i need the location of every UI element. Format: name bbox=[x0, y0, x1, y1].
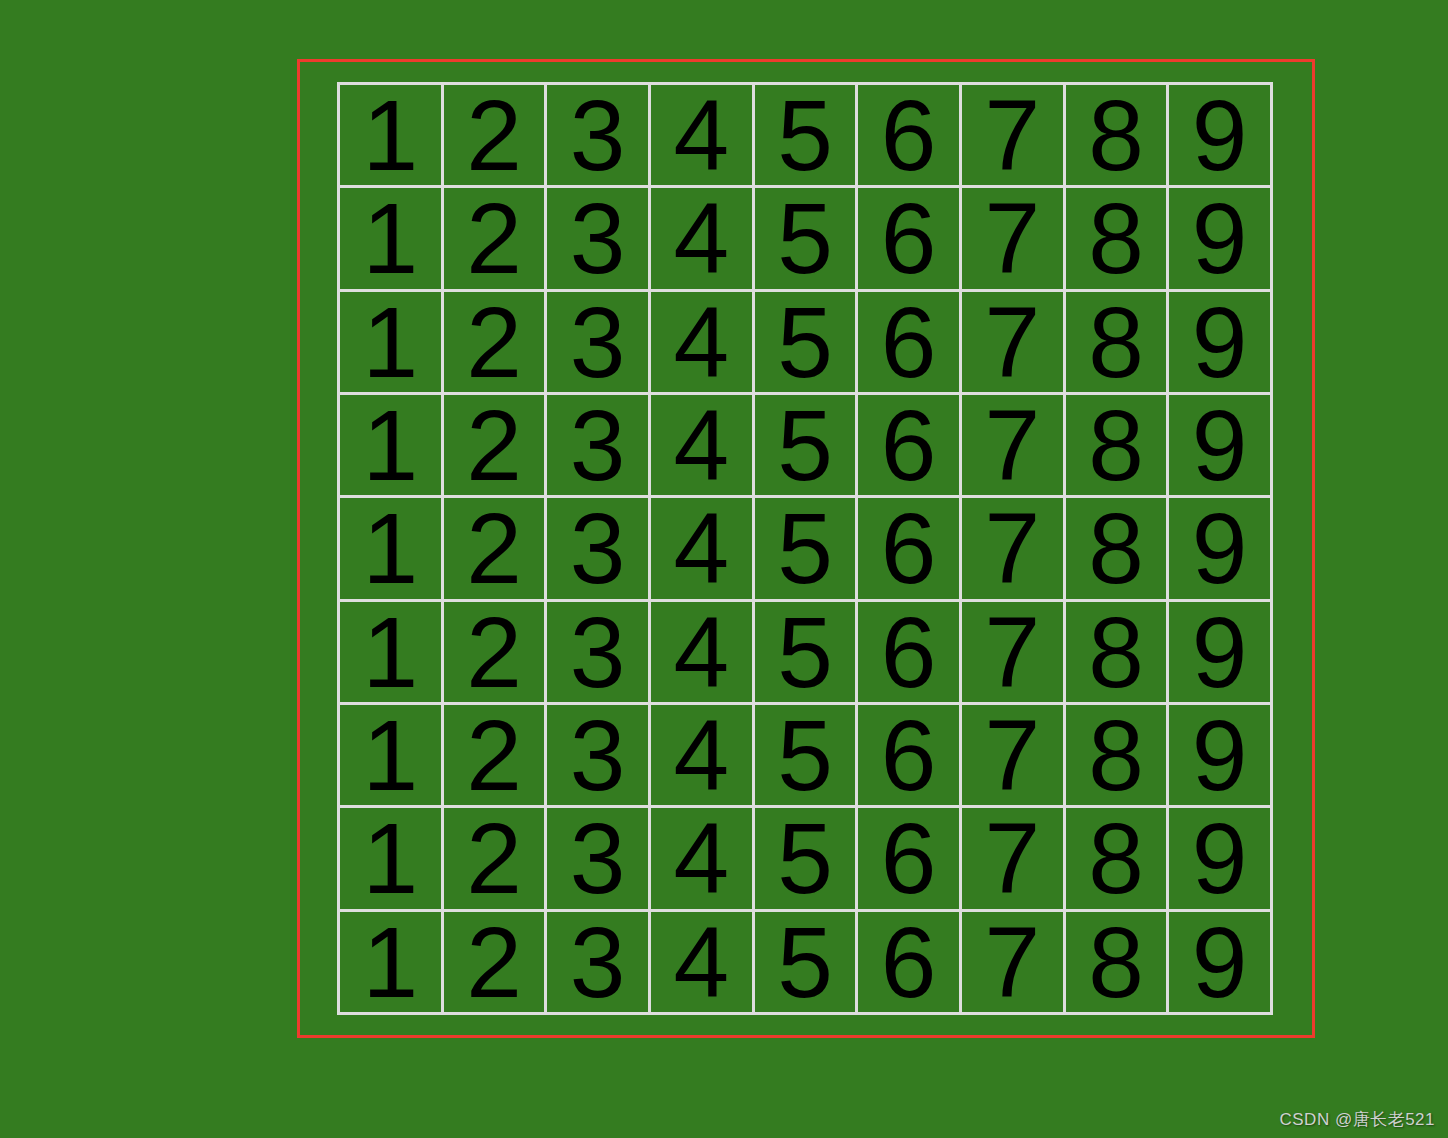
grid-cell-r6c8[interactable]: 8 bbox=[1066, 602, 1167, 702]
grid-cell-r3c1[interactable]: 1 bbox=[340, 292, 441, 392]
grid-cell-r4c5[interactable]: 5 bbox=[755, 395, 856, 495]
board-window: 1234567891234567891234567891234567891234… bbox=[0, 0, 1448, 1138]
grid-cell-r7c3[interactable]: 3 bbox=[547, 705, 648, 805]
grid-cell-r1c7[interactable]: 7 bbox=[962, 85, 1063, 185]
grid-cell-r8c8[interactable]: 8 bbox=[1066, 808, 1167, 908]
grid-cell-r5c7[interactable]: 7 bbox=[962, 498, 1063, 598]
grid-cell-r3c2[interactable]: 2 bbox=[444, 292, 545, 392]
grid-cell-r3c8[interactable]: 8 bbox=[1066, 292, 1167, 392]
grid-cell-r6c5[interactable]: 5 bbox=[755, 602, 856, 702]
grid-cell-r7c5[interactable]: 5 bbox=[755, 705, 856, 805]
grid-cell-r7c6[interactable]: 6 bbox=[858, 705, 959, 805]
grid-cell-r9c4[interactable]: 4 bbox=[651, 912, 752, 1012]
grid-cell-r4c3[interactable]: 3 bbox=[547, 395, 648, 495]
grid-cell-r7c2[interactable]: 2 bbox=[444, 705, 545, 805]
grid-cell-r1c2[interactable]: 2 bbox=[444, 85, 545, 185]
grid-cell-r9c7[interactable]: 7 bbox=[962, 912, 1063, 1012]
grid-cell-r9c8[interactable]: 8 bbox=[1066, 912, 1167, 1012]
grid-cell-r2c3[interactable]: 3 bbox=[547, 188, 648, 288]
grid-cell-r2c1[interactable]: 1 bbox=[340, 188, 441, 288]
grid-cell-r4c9[interactable]: 9 bbox=[1169, 395, 1270, 495]
grid-cell-r2c9[interactable]: 9 bbox=[1169, 188, 1270, 288]
grid-cell-r2c5[interactable]: 5 bbox=[755, 188, 856, 288]
grid-cell-r3c7[interactable]: 7 bbox=[962, 292, 1063, 392]
grid-cell-r9c1[interactable]: 1 bbox=[340, 912, 441, 1012]
grid-cell-r3c3[interactable]: 3 bbox=[547, 292, 648, 392]
grid-cell-r1c1[interactable]: 1 bbox=[340, 85, 441, 185]
grid-cell-r5c9[interactable]: 9 bbox=[1169, 498, 1270, 598]
csdn-watermark: CSDN @唐长老521 bbox=[1279, 1108, 1435, 1131]
grid-cell-r1c9[interactable]: 9 bbox=[1169, 85, 1270, 185]
number-grid: 1234567891234567891234567891234567891234… bbox=[337, 82, 1273, 1015]
grid-cell-r5c8[interactable]: 8 bbox=[1066, 498, 1167, 598]
grid-cell-r1c3[interactable]: 3 bbox=[547, 85, 648, 185]
grid-cell-r9c6[interactable]: 6 bbox=[858, 912, 959, 1012]
grid-cell-r6c1[interactable]: 1 bbox=[340, 602, 441, 702]
grid-cell-r2c7[interactable]: 7 bbox=[962, 188, 1063, 288]
grid-cell-r6c4[interactable]: 4 bbox=[651, 602, 752, 702]
grid-cell-r1c8[interactable]: 8 bbox=[1066, 85, 1167, 185]
grid-cell-r9c3[interactable]: 3 bbox=[547, 912, 648, 1012]
grid-cell-r3c9[interactable]: 9 bbox=[1169, 292, 1270, 392]
grid-cell-r1c5[interactable]: 5 bbox=[755, 85, 856, 185]
grid-cell-r4c2[interactable]: 2 bbox=[444, 395, 545, 495]
grid-cell-r4c1[interactable]: 1 bbox=[340, 395, 441, 495]
grid-cell-r4c4[interactable]: 4 bbox=[651, 395, 752, 495]
grid-cell-r6c9[interactable]: 9 bbox=[1169, 602, 1270, 702]
grid-cell-r9c2[interactable]: 2 bbox=[444, 912, 545, 1012]
grid-cell-r2c4[interactable]: 4 bbox=[651, 188, 752, 288]
grid-cell-r2c8[interactable]: 8 bbox=[1066, 188, 1167, 288]
grid-cell-r5c3[interactable]: 3 bbox=[547, 498, 648, 598]
grid-cell-r8c6[interactable]: 6 bbox=[858, 808, 959, 908]
grid-cell-r1c6[interactable]: 6 bbox=[858, 85, 959, 185]
grid-cell-r4c8[interactable]: 8 bbox=[1066, 395, 1167, 495]
grid-cell-r6c7[interactable]: 7 bbox=[962, 602, 1063, 702]
grid-cell-r6c3[interactable]: 3 bbox=[547, 602, 648, 702]
grid-cell-r7c8[interactable]: 8 bbox=[1066, 705, 1167, 805]
grid-cell-r8c4[interactable]: 4 bbox=[651, 808, 752, 908]
grid-cell-r5c6[interactable]: 6 bbox=[858, 498, 959, 598]
grid-cell-r3c5[interactable]: 5 bbox=[755, 292, 856, 392]
grid-cell-r8c1[interactable]: 1 bbox=[340, 808, 441, 908]
grid-cell-r9c9[interactable]: 9 bbox=[1169, 912, 1270, 1012]
grid-cell-r5c4[interactable]: 4 bbox=[651, 498, 752, 598]
grid-cell-r8c2[interactable]: 2 bbox=[444, 808, 545, 908]
grid-cell-r7c4[interactable]: 4 bbox=[651, 705, 752, 805]
grid-cell-r8c9[interactable]: 9 bbox=[1169, 808, 1270, 908]
grid-cell-r2c6[interactable]: 6 bbox=[858, 188, 959, 288]
grid-cell-r3c4[interactable]: 4 bbox=[651, 292, 752, 392]
grid-cell-r4c7[interactable]: 7 bbox=[962, 395, 1063, 495]
grid-cell-r5c1[interactable]: 1 bbox=[340, 498, 441, 598]
grid-cell-r3c6[interactable]: 6 bbox=[858, 292, 959, 392]
grid-cell-r8c7[interactable]: 7 bbox=[962, 808, 1063, 908]
grid-cell-r5c2[interactable]: 2 bbox=[444, 498, 545, 598]
grid-cell-r8c5[interactable]: 5 bbox=[755, 808, 856, 908]
grid-cell-r6c6[interactable]: 6 bbox=[858, 602, 959, 702]
grid-cell-r7c7[interactable]: 7 bbox=[962, 705, 1063, 805]
grid-cell-r5c5[interactable]: 5 bbox=[755, 498, 856, 598]
grid-cell-r4c6[interactable]: 6 bbox=[858, 395, 959, 495]
grid-cell-r2c2[interactable]: 2 bbox=[444, 188, 545, 288]
grid-cell-r1c4[interactable]: 4 bbox=[651, 85, 752, 185]
grid-cell-r7c1[interactable]: 1 bbox=[340, 705, 441, 805]
grid-cell-r9c5[interactable]: 5 bbox=[755, 912, 856, 1012]
grid-cell-r8c3[interactable]: 3 bbox=[547, 808, 648, 908]
grid-cell-r7c9[interactable]: 9 bbox=[1169, 705, 1270, 805]
grid-cell-r6c2[interactable]: 2 bbox=[444, 602, 545, 702]
